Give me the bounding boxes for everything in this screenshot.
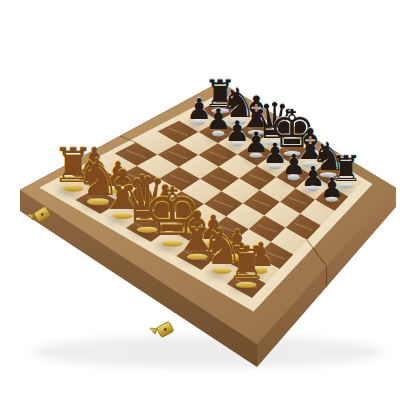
- black-metal-base: [269, 164, 281, 169]
- black-metal-base: [193, 119, 206, 125]
- black-metal-base: [288, 175, 300, 180]
- white-rook-glyph: ♜: [226, 243, 267, 285]
- white-metal-base: [236, 281, 257, 287]
- black-metal-base: [212, 131, 225, 136]
- black-metal-base: [250, 153, 262, 158]
- piece-black-pawn-h7[interactable]: ♟: [320, 175, 344, 202]
- chess-set-photo: ♜♞♝♛♚♝♞♜♟♟♟♟♟♟♟♟♟♟♟♟♟♟♟♟♜♞♝♛♚♝♞♜: [0, 0, 400, 400]
- piece-layer: ♜♞♝♛♚♝♞♜♟♟♟♟♟♟♟♟♟♟♟♟♟♟♟♟♜♞♝♛♚♝♞♜: [0, 0, 400, 400]
- piece-white-rook-h1[interactable]: ♜: [226, 243, 267, 288]
